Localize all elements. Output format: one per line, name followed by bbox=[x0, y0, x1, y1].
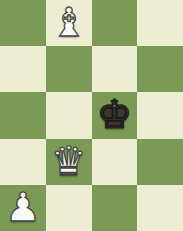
board-square[interactable] bbox=[92, 139, 138, 185]
board-square[interactable] bbox=[0, 92, 46, 138]
board-square[interactable] bbox=[0, 46, 46, 92]
board-square[interactable]: ♟ bbox=[0, 185, 46, 231]
board-square[interactable] bbox=[0, 0, 46, 46]
board-square[interactable] bbox=[137, 0, 183, 46]
board-square[interactable] bbox=[92, 46, 138, 92]
white-bishop-piece[interactable]: ♝ bbox=[51, 2, 87, 42]
board-square[interactable] bbox=[137, 185, 183, 231]
board-square[interactable]: ♝ bbox=[46, 0, 92, 46]
board-square[interactable] bbox=[92, 185, 138, 231]
board-square[interactable]: ♚ bbox=[92, 92, 138, 138]
white-queen-piece[interactable]: ♛ bbox=[51, 141, 87, 181]
board-square[interactable] bbox=[46, 46, 92, 92]
board-square[interactable] bbox=[46, 185, 92, 231]
board-square[interactable] bbox=[46, 92, 92, 138]
black-king-piece[interactable]: ♚ bbox=[96, 94, 132, 134]
white-pawn-piece[interactable]: ♟ bbox=[5, 187, 41, 227]
board-square[interactable] bbox=[0, 139, 46, 185]
chess-board: ♝♚♛♟ bbox=[0, 0, 183, 231]
board-square[interactable]: ♛ bbox=[46, 139, 92, 185]
board-square[interactable] bbox=[137, 139, 183, 185]
board-square[interactable] bbox=[137, 46, 183, 92]
board-square[interactable] bbox=[92, 0, 138, 46]
board-square[interactable] bbox=[137, 92, 183, 138]
